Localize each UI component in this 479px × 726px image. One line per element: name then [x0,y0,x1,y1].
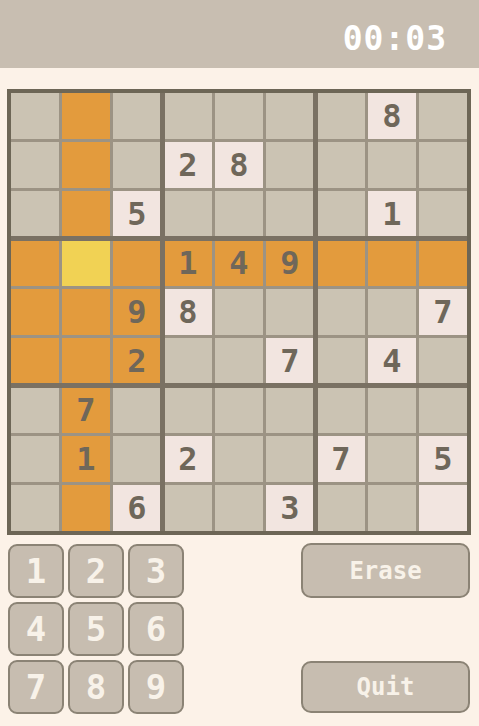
cell-r9c1[interactable] [11,485,59,531]
cell-r5c3[interactable]: 9 [113,289,161,335]
numpad-button-8[interactable]: 8 [68,660,124,714]
cell-r5c5[interactable] [215,289,263,335]
cell-r2c8[interactable] [368,142,416,188]
cell-r8c3[interactable] [113,436,161,482]
cell-r8c2[interactable]: 1 [62,436,110,482]
cell-r4c3[interactable] [113,240,161,286]
cell-r5c9[interactable]: 7 [419,289,467,335]
sudoku-board: 828511499872747127563 [7,89,471,535]
cell-r8c7[interactable]: 7 [317,436,365,482]
cell-r1c4[interactable] [164,93,212,139]
sudoku-app: 00:03 828511499872747127563 123456789 Er… [0,0,479,726]
cell-r4c8[interactable] [368,240,416,286]
cell-r4c2[interactable] [62,240,110,286]
cell-r7c3[interactable] [113,387,161,433]
cell-r8c9[interactable]: 5 [419,436,467,482]
numpad-button-1[interactable]: 1 [8,544,64,598]
cell-r1c2[interactable] [62,93,110,139]
cell-r1c6[interactable] [266,93,314,139]
cell-r4c9[interactable] [419,240,467,286]
cell-r2c7[interactable] [317,142,365,188]
cell-r3c1[interactable] [11,191,59,237]
numpad-button-9[interactable]: 9 [128,660,184,714]
cell-r7c8[interactable] [368,387,416,433]
cell-r4c6[interactable]: 9 [266,240,314,286]
cell-r3c4[interactable] [164,191,212,237]
cell-r1c1[interactable] [11,93,59,139]
cell-r2c4[interactable]: 2 [164,142,212,188]
cell-r7c7[interactable] [317,387,365,433]
cell-r8c4[interactable]: 2 [164,436,212,482]
box-divider-vertical-2 [313,93,318,531]
cell-r5c2[interactable] [62,289,110,335]
cell-r9c6[interactable]: 3 [266,485,314,531]
cell-r7c9[interactable] [419,387,467,433]
cell-r9c5[interactable] [215,485,263,531]
cell-r1c5[interactable] [215,93,263,139]
cell-r8c8[interactable] [368,436,416,482]
cell-r6c5[interactable] [215,338,263,384]
cell-r3c3[interactable]: 5 [113,191,161,237]
cell-r5c4[interactable]: 8 [164,289,212,335]
cell-r6c4[interactable] [164,338,212,384]
cell-r9c9[interactable] [419,485,467,531]
cell-r4c7[interactable] [317,240,365,286]
erase-button[interactable]: Erase [301,543,470,598]
cell-r8c5[interactable] [215,436,263,482]
cell-r6c7[interactable] [317,338,365,384]
quit-button[interactable]: Quit [301,661,470,713]
cell-r6c1[interactable] [11,338,59,384]
cell-r1c3[interactable] [113,93,161,139]
cell-r3c7[interactable] [317,191,365,237]
cell-r3c5[interactable] [215,191,263,237]
cell-r4c5[interactable]: 4 [215,240,263,286]
cell-r5c7[interactable] [317,289,365,335]
numpad-button-4[interactable]: 4 [8,602,64,656]
cell-r9c8[interactable] [368,485,416,531]
cell-r7c6[interactable] [266,387,314,433]
cell-r4c4[interactable]: 1 [164,240,212,286]
cell-r6c6[interactable]: 7 [266,338,314,384]
cell-r6c2[interactable] [62,338,110,384]
cell-r5c6[interactable] [266,289,314,335]
numpad-button-3[interactable]: 3 [128,544,184,598]
cell-r7c4[interactable] [164,387,212,433]
cell-r2c9[interactable] [419,142,467,188]
top-bar: 00:03 [0,0,479,68]
cell-r2c6[interactable] [266,142,314,188]
cell-r7c2[interactable]: 7 [62,387,110,433]
cell-r3c9[interactable] [419,191,467,237]
numpad: 123456789 [8,544,184,714]
cell-r9c2[interactable] [62,485,110,531]
cell-r2c2[interactable] [62,142,110,188]
numpad-button-6[interactable]: 6 [128,602,184,656]
cell-r3c2[interactable] [62,191,110,237]
cell-r2c1[interactable] [11,142,59,188]
cell-r9c3[interactable]: 6 [113,485,161,531]
box-divider-vertical-1 [160,93,165,531]
cell-r6c3[interactable]: 2 [113,338,161,384]
cell-r8c1[interactable] [11,436,59,482]
cell-r6c9[interactable] [419,338,467,384]
cell-r2c5[interactable]: 8 [215,142,263,188]
cell-r1c8[interactable]: 8 [368,93,416,139]
cell-r8c6[interactable] [266,436,314,482]
box-divider-horizontal-2 [11,383,467,388]
cell-r1c7[interactable] [317,93,365,139]
cell-r5c1[interactable] [11,289,59,335]
timer: 00:03 [343,19,447,58]
cell-r3c8[interactable]: 1 [368,191,416,237]
numpad-button-7[interactable]: 7 [8,660,64,714]
numpad-button-2[interactable]: 2 [68,544,124,598]
cell-r9c7[interactable] [317,485,365,531]
cell-r2c3[interactable] [113,142,161,188]
cell-r5c8[interactable] [368,289,416,335]
numpad-button-5[interactable]: 5 [68,602,124,656]
cell-r1c9[interactable] [419,93,467,139]
cell-r9c4[interactable] [164,485,212,531]
box-divider-horizontal-1 [11,236,467,241]
cell-r7c1[interactable] [11,387,59,433]
cell-r6c8[interactable]: 4 [368,338,416,384]
cell-r7c5[interactable] [215,387,263,433]
cell-r3c6[interactable] [266,191,314,237]
cell-r4c1[interactable] [11,240,59,286]
